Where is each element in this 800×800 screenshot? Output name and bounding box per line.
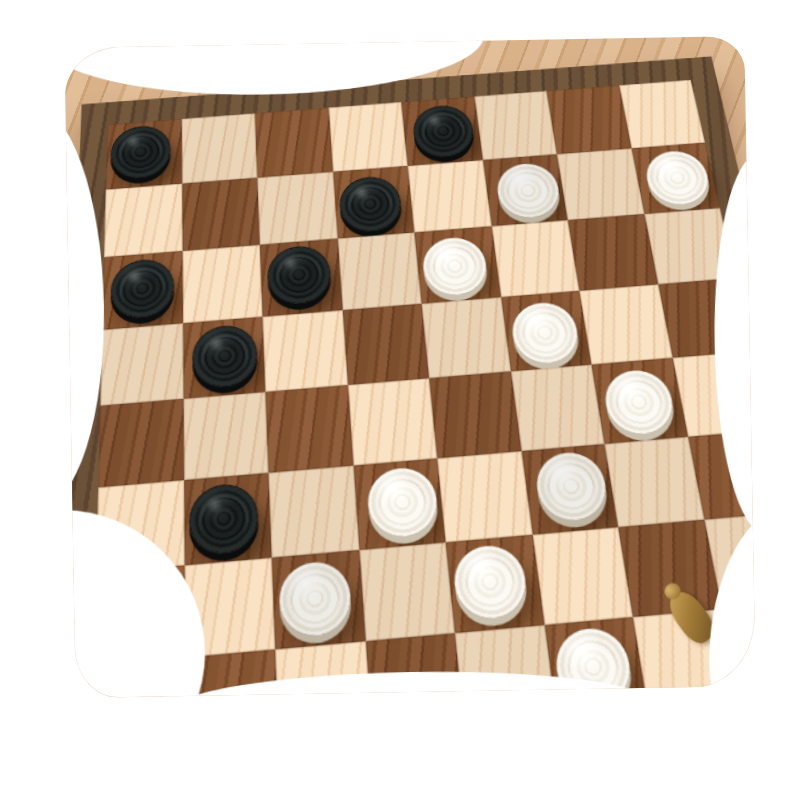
black-checker-glyph: ● [110,124,171,180]
white-checker: ● [365,465,439,539]
square-r4c4 [342,303,429,385]
black-checker-glyph: ● [411,104,476,159]
black-checker: ● [110,124,171,180]
white-checker-glyph: ● [365,465,439,539]
pillow-mockup: ●●●●●●●●●●●●●●●●●● [64,36,755,698]
white-checker: ● [509,300,582,365]
square-r4c1 [100,323,183,406]
square-r6c3 [268,465,358,558]
square-r5c4 [347,378,437,465]
white-checker: ● [494,161,562,219]
square-r2c7 [557,148,644,220]
square-r4c2: ● [183,316,266,399]
black-checker: ● [267,244,333,306]
square-r7c3: ● [272,550,365,649]
square-r3c2 [182,245,262,323]
white-checker-glyph: ● [601,368,678,437]
photo-canvas: ●●●●●●●●●●●●●●●●●● [0,0,800,800]
square-r3c6 [491,220,579,297]
square-r2c6: ● [482,154,567,226]
black-checker: ● [338,175,403,234]
square-r5c5 [429,371,521,457]
white-checker-glyph: ● [642,149,713,206]
square-r3c5: ● [414,226,500,303]
square-r5c7: ● [591,358,687,444]
square-r3c1: ● [102,251,182,329]
white-checker-glyph: ● [278,560,353,639]
black-checker: ● [189,482,259,557]
white-checker: ● [642,149,713,206]
square-r4c7 [579,284,672,365]
black-checker: ● [411,104,476,159]
white-checker: ● [532,450,610,523]
black-checker-glyph: ● [189,482,259,557]
white-checker: ● [278,560,353,639]
white-checker-glyph: ● [421,236,490,298]
square-r6c7 [604,436,703,527]
square-r2c4: ● [333,165,415,238]
square-r5c3 [265,385,353,472]
black-checker-glyph: ● [192,323,258,389]
square-r7c4 [359,542,455,640]
white-checker-glyph: ● [452,543,531,621]
black-checker-glyph: ● [338,175,403,234]
square-r5c6 [510,365,604,451]
square-r7c6 [532,527,633,624]
square-r1c2 [181,113,257,183]
square-r6c2: ● [184,472,272,565]
square-r6c6: ● [521,443,618,534]
white-checker: ● [421,236,490,298]
square-r1c5: ● [401,96,482,165]
square-r1c8 [619,80,705,148]
square-r1c3 [255,108,333,178]
square-r3c7 [568,214,658,290]
white-checker-glyph: ● [494,161,562,219]
square-r2c1 [104,183,182,257]
square-r1c7 [547,85,632,153]
square-r1c6 [474,91,557,160]
white-checker-glyph: ● [532,450,610,523]
white-checker: ● [452,543,531,621]
black-checker-glyph: ● [267,244,333,306]
square-r3c3: ● [260,239,342,317]
square-r1c1: ● [106,119,182,189]
square-r1c4 [328,102,407,171]
square-r4c5 [422,297,511,378]
white-checker: ● [601,368,678,437]
square-r6c4: ● [353,458,446,550]
black-checker: ● [192,323,258,389]
square-r4c6: ● [501,290,592,371]
square-r4c3 [263,310,348,392]
white-checker-glyph: ● [509,300,582,365]
square-r5c2 [183,392,268,480]
square-r5c1 [98,399,183,487]
square-r2c8: ● [631,142,720,214]
square-r7c5: ● [446,535,544,633]
square-r2c2 [182,177,260,251]
square-r2c3 [257,171,337,244]
square-r2c5 [408,160,492,233]
square-r3c4 [337,232,421,309]
square-r6c5 [437,451,532,543]
black-checker: ● [110,258,174,321]
black-checker-glyph: ● [110,258,174,321]
